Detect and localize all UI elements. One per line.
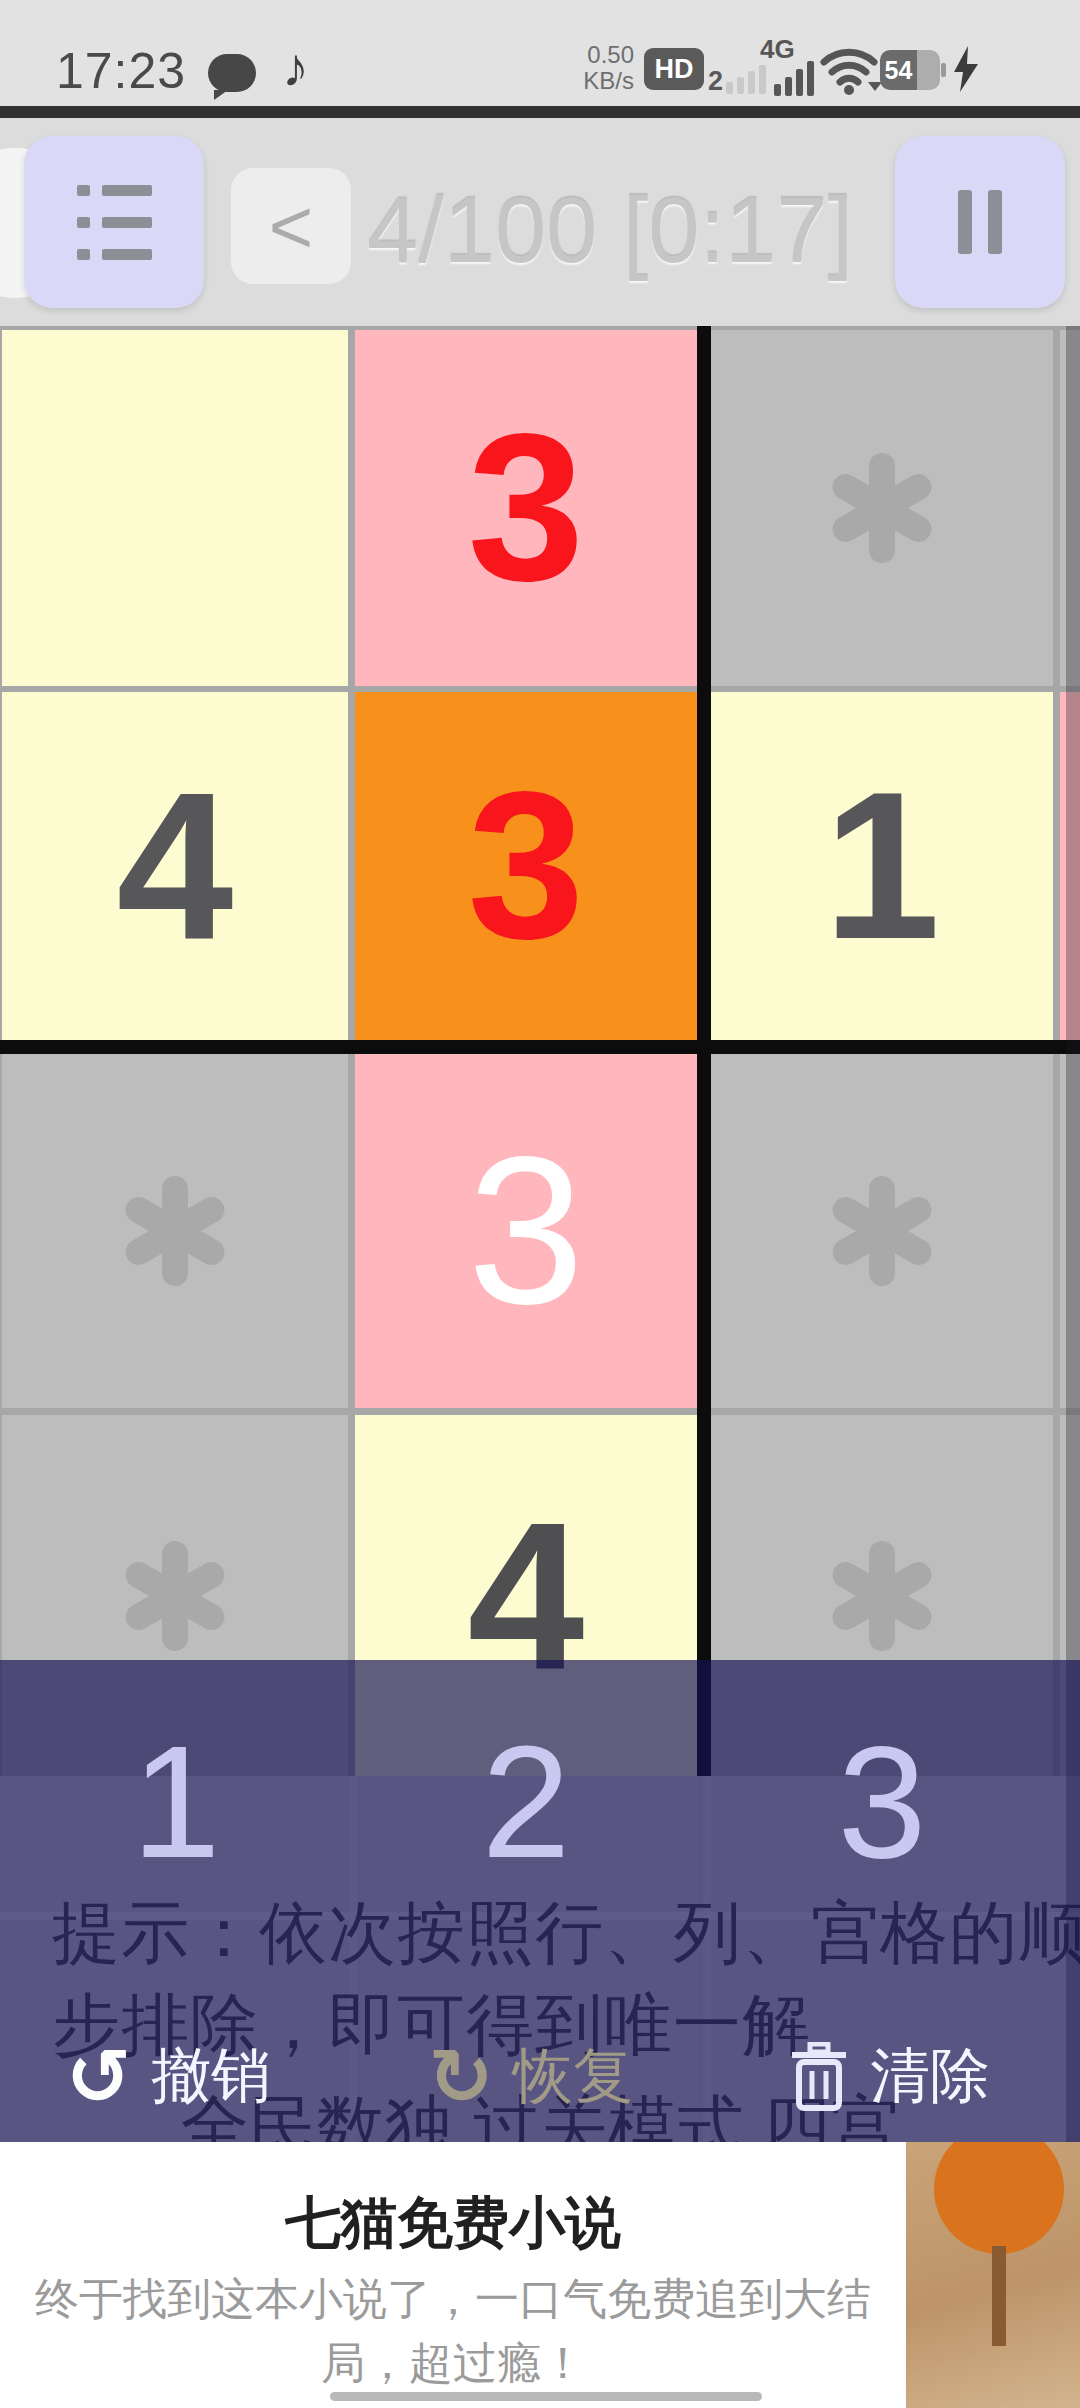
hd-voice-icon: HD — [644, 48, 704, 90]
ad-title: 七猫免费小说 — [0, 2186, 906, 2262]
cell-r3c2[interactable]: 3 — [355, 1054, 697, 1408]
network-speed: 0.50KB/s — [574, 42, 634, 94]
level-progress-timer: 4/100 [0:17] — [340, 178, 880, 283]
cell-r3c3[interactable] — [711, 1054, 1053, 1408]
box-border-horizontal — [0, 1040, 1080, 1054]
cell-r1c2[interactable]: 3 — [355, 330, 697, 686]
charging-bolt-icon — [952, 46, 980, 92]
pause-icon — [958, 190, 972, 254]
ad-drag-handle — [330, 2392, 762, 2401]
battery-nub — [941, 63, 946, 77]
battery-icon: 54 — [880, 50, 940, 90]
cell-digit: 3 — [468, 761, 585, 971]
cell-r1c3[interactable] — [711, 330, 1053, 686]
status-divider — [0, 106, 1080, 118]
sudoku-board: 343134 — [0, 326, 1080, 1776]
chevron-left-icon: < — [269, 183, 313, 270]
clock: 17:23 — [56, 42, 186, 100]
hd-sim-index: 2 — [708, 66, 723, 97]
sim2-signal-icon — [774, 60, 814, 96]
cell-digit: 3 — [468, 1126, 585, 1336]
redo-icon: ↻ — [428, 2042, 493, 2112]
redo-button[interactable]: ↻ 恢复 — [428, 2036, 633, 2117]
chat-notification-icon — [208, 54, 256, 92]
cell-r2c2[interactable]: 3 — [355, 692, 697, 1040]
numpad-button-3[interactable]: 3 — [711, 1722, 1053, 1882]
pause-button[interactable] — [895, 136, 1065, 308]
ad-image-stick — [992, 2246, 1006, 2346]
masked-cell-asterisk-icon — [120, 1176, 230, 1286]
cell-r2c3[interactable]: 1 — [711, 692, 1053, 1040]
masked-cell-asterisk-icon — [827, 1541, 937, 1651]
battery-percent: 54 — [880, 50, 917, 90]
numpad-button-2[interactable]: 2 — [355, 1722, 697, 1882]
menu-button[interactable] — [24, 136, 204, 308]
input-panel-overlay: 1 2 3 ↺ 撤销 ↻ 恢复 清除 — [0, 1660, 1080, 2142]
ad-body-line2: 局，超过瘾！ — [0, 2334, 906, 2393]
undo-button[interactable]: ↺ 撤销 — [66, 2036, 271, 2117]
game-header: < 4/100 [0:17] — [0, 118, 1080, 326]
ad-body-line1: 终于找到这本小说了，一口气免费追到大结 — [0, 2270, 906, 2329]
clear-button[interactable]: 清除 — [788, 2036, 990, 2117]
numpad-button-1[interactable]: 1 — [3, 1722, 349, 1882]
ad-banner[interactable]: 七猫免费小说 终于找到这本小说了，一口气免费追到大结 局，超过瘾！ — [0, 2142, 1080, 2408]
ad-image-lollipop — [934, 2142, 1064, 2254]
masked-cell-asterisk-icon — [827, 453, 937, 563]
back-button[interactable]: < — [231, 168, 351, 284]
undo-icon: ↺ — [66, 2042, 131, 2112]
masked-cell-asterisk-icon — [827, 1176, 937, 1286]
list-icon — [77, 185, 152, 260]
app-screen: 17:23 ♪ 0.50KB/s HD 2 4G 54 — [0, 0, 1080, 2408]
music-note-icon: ♪ — [282, 36, 309, 98]
ad-image — [906, 2142, 1080, 2408]
cell-digit: 3 — [468, 403, 585, 613]
cell-digit: 4 — [117, 761, 234, 971]
masked-cell-asterisk-icon — [120, 1541, 230, 1651]
cell-r2c1[interactable]: 4 — [2, 692, 348, 1040]
edit-toolbar: ↺ 撤销 ↻ 恢复 清除 — [0, 2030, 1080, 2125]
cell-r3c1[interactable] — [2, 1054, 348, 1408]
sim1-signal-icon — [726, 64, 766, 94]
cell-r1c1[interactable] — [2, 330, 348, 686]
trash-icon — [788, 2042, 850, 2112]
cell-digit: 1 — [824, 761, 941, 971]
status-bar: 17:23 ♪ 0.50KB/s HD 2 4G 54 — [0, 0, 1080, 106]
